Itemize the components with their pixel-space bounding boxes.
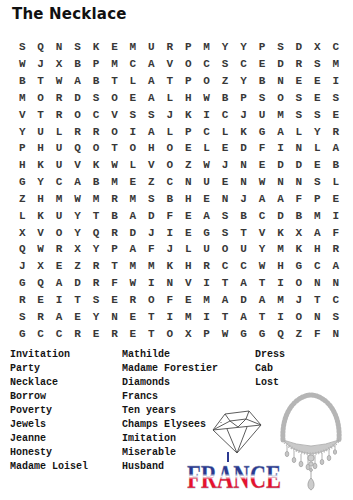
grid-cell: X bbox=[13, 224, 31, 241]
grid-cell: S bbox=[271, 39, 289, 56]
grid-cell: C bbox=[216, 106, 234, 123]
grid-cell: O bbox=[161, 140, 179, 157]
grid-cell: I bbox=[197, 275, 215, 292]
grid-cell: E bbox=[105, 292, 123, 309]
grid-cell: X bbox=[308, 39, 326, 56]
grid-cell: U bbox=[197, 174, 215, 191]
grid-cell: S bbox=[308, 174, 326, 191]
grid-cell: A bbox=[216, 292, 234, 309]
grid-cell: A bbox=[327, 258, 345, 275]
grid-cell: S bbox=[290, 90, 308, 107]
grid-cell: T bbox=[253, 308, 271, 325]
grid-cell: H bbox=[142, 140, 160, 157]
grid-cell: I bbox=[142, 275, 160, 292]
grid-cell: C bbox=[327, 292, 345, 309]
grid-cell: O bbox=[161, 325, 179, 342]
word-item: Invitation bbox=[10, 348, 88, 362]
grid-cell: T bbox=[161, 73, 179, 90]
grid-cell: I bbox=[271, 140, 289, 157]
grid-cell: H bbox=[271, 258, 289, 275]
grid-cell: A bbox=[253, 191, 271, 208]
grid-cell: P bbox=[197, 325, 215, 342]
grid-cell: C bbox=[253, 207, 271, 224]
grid-cell: N bbox=[271, 174, 289, 191]
grid-cell: P bbox=[179, 73, 197, 90]
grid-cell: T bbox=[216, 308, 234, 325]
grid-cell: D bbox=[68, 90, 86, 107]
grid-cell: N bbox=[308, 308, 326, 325]
grid-cell: A bbox=[142, 123, 160, 140]
grid-cell: L bbox=[124, 73, 142, 90]
grid-cell: Q bbox=[68, 140, 86, 157]
grid-cell: D bbox=[124, 224, 142, 241]
grid-cell: C bbox=[327, 39, 345, 56]
grid-cell: E bbox=[124, 325, 142, 342]
grid-cell: G bbox=[13, 174, 31, 191]
grid-cell: Z bbox=[68, 258, 86, 275]
grid-cell: W bbox=[197, 157, 215, 174]
grid-cell: W bbox=[13, 56, 31, 73]
grid-cell: A bbox=[308, 224, 326, 241]
grid-cell: I bbox=[124, 123, 142, 140]
grid-cell: R bbox=[50, 90, 68, 107]
grid-cell: K bbox=[87, 39, 105, 56]
grid-cell: E bbox=[124, 174, 142, 191]
grid-cell: P bbox=[105, 241, 123, 258]
grid-cell: U bbox=[50, 207, 68, 224]
grid-cell: R bbox=[87, 123, 105, 140]
grid-cell: A bbox=[68, 73, 86, 90]
grid-cell: N bbox=[290, 174, 308, 191]
grid-cell: B bbox=[234, 207, 252, 224]
grid-cell: L bbox=[161, 123, 179, 140]
grid-cell: L bbox=[50, 123, 68, 140]
grid-cell: S bbox=[13, 308, 31, 325]
grid-cell: X bbox=[290, 224, 308, 241]
grid-cell: M bbox=[87, 191, 105, 208]
grid-cell: N bbox=[161, 275, 179, 292]
grid-cell: W bbox=[50, 73, 68, 90]
grid-cell: T bbox=[142, 325, 160, 342]
grid-cell: S bbox=[216, 224, 234, 241]
grid-cell: T bbox=[105, 258, 123, 275]
grid-cell: D bbox=[271, 207, 289, 224]
grid-cell: R bbox=[50, 241, 68, 258]
grid-cell: A bbox=[271, 191, 289, 208]
grid-cell: X bbox=[31, 258, 49, 275]
grid-cell: A bbox=[234, 308, 252, 325]
grid-cell: P bbox=[87, 56, 105, 73]
grid-cell: E bbox=[179, 140, 197, 157]
grid-cell: S bbox=[87, 292, 105, 309]
grid-cell: O bbox=[216, 241, 234, 258]
grid-cell: R bbox=[31, 308, 49, 325]
word-item: Madame Loisel bbox=[10, 460, 88, 474]
grid-cell: Q bbox=[271, 325, 289, 342]
grid-cell: D bbox=[234, 292, 252, 309]
grid-cell: C bbox=[50, 174, 68, 191]
grid-cell: M bbox=[179, 308, 197, 325]
grid-cell: Z bbox=[290, 325, 308, 342]
grid-cell: T bbox=[253, 275, 271, 292]
grid-cell: F bbox=[253, 140, 271, 157]
grid-cell: F bbox=[142, 241, 160, 258]
grid-cell: O bbox=[142, 292, 160, 309]
grid-cell: G bbox=[253, 325, 271, 342]
grid-cell: V bbox=[179, 275, 197, 292]
grid-cell: M bbox=[271, 106, 289, 123]
grid-cell: D bbox=[234, 140, 252, 157]
grid-cell: M bbox=[105, 174, 123, 191]
grid-cell: F bbox=[308, 325, 326, 342]
grid-cell: X bbox=[179, 325, 197, 342]
grid-cell: Z bbox=[142, 174, 160, 191]
word-item: Necklace bbox=[10, 376, 88, 390]
grid-cell: I bbox=[161, 224, 179, 241]
grid-cell: S bbox=[308, 106, 326, 123]
grid-cell: R bbox=[50, 106, 68, 123]
grid-cell: M bbox=[124, 39, 142, 56]
grid-cell: N bbox=[234, 174, 252, 191]
grid-cell: W bbox=[253, 174, 271, 191]
grid-cell: A bbox=[142, 73, 160, 90]
grid-cell: I bbox=[50, 292, 68, 309]
grid-cell: M bbox=[271, 241, 289, 258]
grid-cell: G bbox=[253, 123, 271, 140]
grid-cell: M bbox=[197, 39, 215, 56]
grid-cell: U bbox=[50, 140, 68, 157]
grid-cell: H bbox=[13, 157, 31, 174]
grid-cell: Y bbox=[308, 123, 326, 140]
grid-cell: T bbox=[68, 292, 86, 309]
grid-cell: N bbox=[308, 275, 326, 292]
grid-cell: L bbox=[161, 90, 179, 107]
grid-cell: H bbox=[179, 90, 197, 107]
grid-cell: E bbox=[87, 325, 105, 342]
grid-cell: O bbox=[31, 90, 49, 107]
grid-cell: O bbox=[290, 275, 308, 292]
grid-cell: A bbox=[327, 140, 345, 157]
grid-cell: S bbox=[216, 56, 234, 73]
grid-cell: C bbox=[216, 258, 234, 275]
grid-cell: M bbox=[308, 207, 326, 224]
grid-cell: E bbox=[179, 207, 197, 224]
grid-cell: W bbox=[105, 157, 123, 174]
grid-cell: N bbox=[234, 157, 252, 174]
grid-cell: T bbox=[105, 140, 123, 157]
grid-cell: R bbox=[124, 292, 142, 309]
grid-cell: D bbox=[142, 207, 160, 224]
grid-cell: A bbox=[124, 207, 142, 224]
grid-cell: L bbox=[216, 123, 234, 140]
grid-cell: T bbox=[216, 275, 234, 292]
grid-cell: X bbox=[68, 241, 86, 258]
grid-cell: N bbox=[290, 140, 308, 157]
grid-cell: D bbox=[271, 56, 289, 73]
word-item: Lost bbox=[255, 376, 285, 390]
grid-cell: R bbox=[290, 56, 308, 73]
grid-cell: G bbox=[13, 325, 31, 342]
grid-cell: A bbox=[197, 207, 215, 224]
grid-cell: O bbox=[271, 90, 289, 107]
grid-cell: K bbox=[161, 258, 179, 275]
grid-cell: D bbox=[290, 39, 308, 56]
grid-cell: A bbox=[142, 90, 160, 107]
word-item: Imitation bbox=[122, 432, 218, 446]
grid-cell: B bbox=[87, 73, 105, 90]
grid-cell: J bbox=[216, 157, 234, 174]
grid-cell: A bbox=[124, 241, 142, 258]
grid-cell: V bbox=[161, 56, 179, 73]
grid-cell: M bbox=[197, 292, 215, 309]
grid-cell: V bbox=[105, 106, 123, 123]
grid-cell: E bbox=[253, 56, 271, 73]
grid-cell: Y bbox=[31, 174, 49, 191]
grid-cell: T bbox=[31, 73, 49, 90]
grid-cell: C bbox=[31, 325, 49, 342]
grid-cell: E bbox=[179, 224, 197, 241]
grid-cell: Q bbox=[31, 275, 49, 292]
grid-cell: W bbox=[68, 191, 86, 208]
grid-cell: G bbox=[290, 258, 308, 275]
grid-cell: O bbox=[68, 106, 86, 123]
grid-cell: J bbox=[142, 224, 160, 241]
grid-cell: Y bbox=[87, 308, 105, 325]
diamond-illustration bbox=[209, 406, 265, 456]
grid-cell: E bbox=[197, 191, 215, 208]
grid-cell: H bbox=[31, 191, 49, 208]
grid-cell: C bbox=[197, 56, 215, 73]
grid-cell: M bbox=[105, 56, 123, 73]
grid-cell: S bbox=[308, 56, 326, 73]
grid-cell: Q bbox=[31, 39, 49, 56]
grid-cell: U bbox=[253, 106, 271, 123]
grid-cell: P bbox=[179, 123, 197, 140]
grid-cell: Z bbox=[179, 157, 197, 174]
grid-cell: Y bbox=[253, 241, 271, 258]
grid-cell: S bbox=[327, 90, 345, 107]
grid-cell: U bbox=[197, 241, 215, 258]
grid-cell: J bbox=[161, 106, 179, 123]
grid-cell: Q bbox=[13, 241, 31, 258]
grid-cell: H bbox=[31, 140, 49, 157]
grid-cell: M bbox=[327, 56, 345, 73]
grid-cell: F bbox=[327, 224, 345, 241]
grid-cell: C bbox=[50, 325, 68, 342]
grid-cell: G bbox=[234, 325, 252, 342]
grid-cell: V bbox=[31, 224, 49, 241]
grid-cell: M bbox=[124, 258, 142, 275]
grid-cell: N bbox=[216, 191, 234, 208]
grid-cell: S bbox=[216, 207, 234, 224]
grid-cell: Y bbox=[234, 39, 252, 56]
grid-cell: E bbox=[327, 191, 345, 208]
grid-cell: W bbox=[197, 90, 215, 107]
grid-cell: K bbox=[87, 157, 105, 174]
grid-cell: W bbox=[31, 241, 49, 258]
grid-cell: V bbox=[13, 106, 31, 123]
grid-cell: V bbox=[253, 224, 271, 241]
grid-cell: P bbox=[308, 191, 326, 208]
grid-cell: C bbox=[234, 56, 252, 73]
wordsearch-grid: SQNSKEMURPMYYPSDXCWJXBPMCAVOCSCEDRSMBTWA… bbox=[13, 39, 345, 342]
grid-cell: E bbox=[308, 73, 326, 90]
grid-cell: U bbox=[31, 123, 49, 140]
grid-cell: Y bbox=[13, 123, 31, 140]
grid-cell: N bbox=[327, 275, 345, 292]
word-item: Ten years bbox=[122, 404, 218, 418]
grid-cell: I bbox=[271, 308, 289, 325]
grid-cell: C bbox=[87, 106, 105, 123]
grid-cell: E bbox=[253, 157, 271, 174]
grid-cell: N bbox=[50, 39, 68, 56]
grid-cell: R bbox=[87, 258, 105, 275]
grid-cell: T bbox=[234, 224, 252, 241]
grid-cell: Y bbox=[216, 39, 234, 56]
grid-cell: R bbox=[13, 292, 31, 309]
grid-cell: U bbox=[142, 39, 160, 56]
grid-cell: H bbox=[179, 191, 197, 208]
grid-cell: P bbox=[234, 90, 252, 107]
grid-cell: A bbox=[253, 292, 271, 309]
grid-cell: J bbox=[234, 191, 252, 208]
grid-cell: K bbox=[31, 157, 49, 174]
grid-cell: M bbox=[124, 191, 142, 208]
grid-cell: F bbox=[161, 292, 179, 309]
word-item: Francs bbox=[122, 390, 218, 404]
france-logo: FRANCE bbox=[185, 450, 283, 496]
grid-cell: S bbox=[142, 191, 160, 208]
grid-cell: I bbox=[327, 207, 345, 224]
grid-cell: K bbox=[179, 106, 197, 123]
grid-cell: E bbox=[308, 90, 326, 107]
grid-cell: E bbox=[216, 140, 234, 157]
grid-cell: J bbox=[234, 106, 252, 123]
grid-cell: Z bbox=[13, 191, 31, 208]
grid-cell: O bbox=[161, 157, 179, 174]
grid-cell: W bbox=[124, 275, 142, 292]
grid-cell: V bbox=[142, 157, 160, 174]
grid-cell: B bbox=[290, 207, 308, 224]
grid-cell: S bbox=[87, 90, 105, 107]
grid-cell: J bbox=[31, 56, 49, 73]
grid-cell: G bbox=[13, 275, 31, 292]
grid-cell: R bbox=[197, 258, 215, 275]
grid-cell: B bbox=[105, 207, 123, 224]
grid-cell: Z bbox=[216, 73, 234, 90]
worksheet-page: { "title": "The Necklace", "game": "word… bbox=[0, 0, 353, 500]
grid-cell: K bbox=[290, 241, 308, 258]
grid-cell: O bbox=[290, 308, 308, 325]
grid-cell: L bbox=[124, 157, 142, 174]
grid-cell: U bbox=[50, 157, 68, 174]
grid-cell: E bbox=[216, 174, 234, 191]
grid-cell: K bbox=[271, 224, 289, 241]
grid-cell: E bbox=[124, 90, 142, 107]
grid-cell: J bbox=[13, 258, 31, 275]
grid-cell: T bbox=[142, 308, 160, 325]
grid-cell: H bbox=[308, 241, 326, 258]
grid-cell: M bbox=[142, 258, 160, 275]
grid-cell: B bbox=[216, 90, 234, 107]
grid-cell: I bbox=[197, 106, 215, 123]
grid-cell: K bbox=[234, 123, 252, 140]
grid-cell: F bbox=[105, 275, 123, 292]
grid-cell: E bbox=[290, 73, 308, 90]
grid-cell: R bbox=[161, 39, 179, 56]
grid-cell: O bbox=[179, 56, 197, 73]
grid-cell: S bbox=[290, 106, 308, 123]
word-item: Madame Forestier bbox=[122, 362, 218, 376]
word-list-column-3: DressCabLost bbox=[255, 348, 285, 390]
grid-cell: D bbox=[68, 275, 86, 292]
grid-cell: O bbox=[197, 73, 215, 90]
grid-cell: P bbox=[179, 39, 197, 56]
grid-cell: R bbox=[105, 325, 123, 342]
word-item: Jewels bbox=[10, 418, 88, 432]
grid-cell: B bbox=[68, 56, 86, 73]
grid-cell: A bbox=[234, 275, 252, 292]
grid-cell: S bbox=[327, 308, 345, 325]
grid-cell: N bbox=[271, 73, 289, 90]
grid-cell: O bbox=[105, 123, 123, 140]
grid-cell: B bbox=[13, 73, 31, 90]
word-item: Champs Elysees bbox=[122, 418, 218, 432]
word-item: Cab bbox=[255, 362, 285, 376]
grid-cell: R bbox=[87, 275, 105, 292]
grid-cell: A bbox=[50, 275, 68, 292]
grid-cell: M bbox=[271, 292, 289, 309]
grid-cell: H bbox=[179, 258, 197, 275]
grid-cell: I bbox=[197, 308, 215, 325]
grid-cell: B bbox=[253, 73, 271, 90]
grid-cell: A bbox=[271, 123, 289, 140]
grid-cell: J bbox=[161, 241, 179, 258]
grid-cell: E bbox=[50, 258, 68, 275]
grid-cell: R bbox=[327, 241, 345, 258]
word-item: Diamonds bbox=[122, 376, 218, 390]
grid-cell: N bbox=[105, 308, 123, 325]
grid-cell: A bbox=[142, 56, 160, 73]
grid-cell: L bbox=[13, 207, 31, 224]
grid-cell: E bbox=[124, 308, 142, 325]
grid-cell: T bbox=[105, 73, 123, 90]
grid-cell: V bbox=[68, 157, 86, 174]
grid-cell: O bbox=[87, 140, 105, 157]
grid-cell: B bbox=[161, 191, 179, 208]
grid-cell: L bbox=[308, 140, 326, 157]
word-item: Honesty bbox=[10, 446, 88, 460]
grid-cell: T bbox=[308, 292, 326, 309]
grid-cell: Y bbox=[87, 241, 105, 258]
grid-cell: R bbox=[68, 123, 86, 140]
word-item: Party bbox=[10, 362, 88, 376]
grid-cell: E bbox=[179, 292, 197, 309]
grid-cell: Y bbox=[68, 207, 86, 224]
grid-cell: R bbox=[105, 224, 123, 241]
grid-cell: C bbox=[161, 174, 179, 191]
grid-cell: E bbox=[308, 157, 326, 174]
page-title: The Necklace bbox=[12, 5, 127, 23]
grid-cell: W bbox=[253, 258, 271, 275]
grid-cell: Q bbox=[87, 224, 105, 241]
grid-cell: O bbox=[50, 224, 68, 241]
grid-cell: S bbox=[68, 39, 86, 56]
grid-cell: S bbox=[13, 39, 31, 56]
grid-cell: R bbox=[105, 191, 123, 208]
grid-cell: N bbox=[327, 325, 345, 342]
grid-cell: T bbox=[31, 106, 49, 123]
